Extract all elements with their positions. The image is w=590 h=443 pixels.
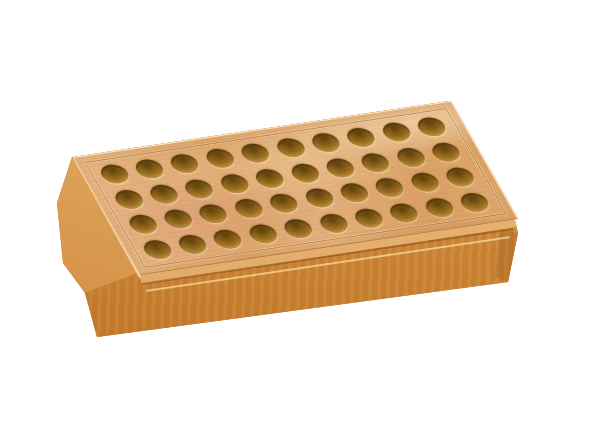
- hole-recess: [266, 192, 301, 214]
- hole-recess: [132, 158, 167, 180]
- hole-recess: [167, 153, 202, 175]
- hole-recess: [273, 137, 308, 159]
- hole-recess: [281, 217, 316, 239]
- hole-recess: [428, 141, 463, 163]
- hole-recess: [146, 183, 181, 205]
- hole-recess: [308, 132, 343, 154]
- hole-recess: [97, 163, 132, 185]
- hole-recess: [414, 116, 449, 138]
- hole-recess: [287, 162, 322, 184]
- hole-recess: [231, 198, 266, 220]
- hole-recess: [386, 202, 421, 224]
- hole-recess: [443, 166, 478, 188]
- product-photo-canvas: [0, 0, 590, 443]
- hole-recess: [140, 238, 175, 260]
- hole-recess: [372, 177, 407, 199]
- hole-recess: [407, 171, 442, 193]
- hole-recess: [125, 213, 160, 235]
- hole-recess: [323, 157, 358, 179]
- hole-recess: [252, 167, 287, 189]
- hole-recess: [379, 121, 414, 143]
- hole-recess: [203, 147, 238, 169]
- hole-recess: [457, 191, 492, 213]
- hole-recess: [238, 142, 273, 164]
- hole-recess: [351, 207, 386, 229]
- hole-recess: [245, 223, 280, 245]
- hole-recess: [344, 126, 379, 148]
- hole-recess: [337, 182, 372, 204]
- hole-recess: [161, 208, 196, 230]
- hole-recess: [111, 188, 146, 210]
- hole-recess: [316, 212, 351, 234]
- hole-recess: [196, 203, 231, 225]
- hole-recess: [175, 233, 210, 255]
- hole-recess: [182, 178, 217, 200]
- hole-recess: [393, 146, 428, 168]
- hole-recess: [217, 173, 252, 195]
- hole-recess: [210, 228, 245, 250]
- hole-recess: [302, 187, 337, 209]
- hole-recess: [422, 196, 457, 218]
- hole-recess: [358, 152, 393, 174]
